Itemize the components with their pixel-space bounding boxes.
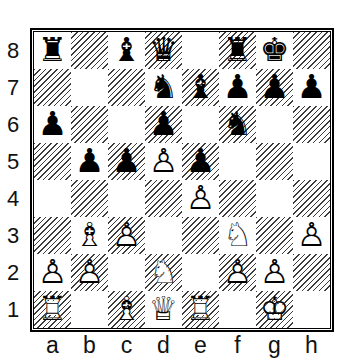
black-knight-glyph: ♞ [149, 70, 179, 103]
square-h6[interactable] [293, 106, 330, 143]
square-h2[interactable] [293, 254, 330, 291]
file-labels: abcdefgh [34, 332, 330, 359]
white-knight-glyph: ♘ [149, 255, 179, 288]
white-bishop-glyph: ♗ [112, 292, 142, 325]
square-d1[interactable]: ♛♕ [145, 291, 182, 328]
square-f2[interactable]: ♟♙ [219, 254, 256, 291]
square-e6[interactable] [182, 106, 219, 143]
black-knight[interactable]: ♞ [219, 106, 256, 143]
black-pawn[interactable]: ♟ [108, 143, 145, 180]
square-d7[interactable]: ♞ [145, 69, 182, 106]
square-a3[interactable] [34, 217, 71, 254]
square-b1[interactable] [71, 291, 108, 328]
rank-label-7: 7 [0, 69, 26, 106]
black-knight-glyph: ♞ [223, 107, 253, 140]
rank-label-5: 5 [0, 143, 26, 180]
white-pawn[interactable]: ♟♙ [219, 254, 256, 291]
square-c4[interactable] [108, 180, 145, 217]
white-bishop-glyph: ♗ [75, 218, 105, 251]
black-bishop-glyph: ♝ [112, 33, 142, 66]
square-h1[interactable] [293, 291, 330, 328]
rank-label-8: 8 [0, 32, 26, 69]
square-g8[interactable]: ♚ [256, 32, 293, 69]
black-pawn-glyph: ♟ [223, 70, 253, 103]
white-pawn-glyph: ♙ [112, 218, 142, 251]
square-h5[interactable] [293, 143, 330, 180]
rank-label-3: 3 [0, 217, 26, 254]
square-c7[interactable] [108, 69, 145, 106]
chess-board-frame: ♜♝♛♜♚♞♝♟♟♟♟♟♞♟♟♟♙♟♟♙♝♗♟♙♞♘♟♙♟♙♟♙♞♘♟♙♟♙♜♖… [30, 28, 334, 332]
white-pawn-glyph: ♙ [149, 144, 179, 177]
white-pawn[interactable]: ♟♙ [182, 180, 219, 217]
square-a8[interactable]: ♜ [34, 32, 71, 69]
file-label-e: e [182, 332, 219, 359]
black-pawn-glyph: ♟ [260, 70, 290, 103]
square-e8[interactable] [182, 32, 219, 69]
black-king[interactable]: ♚ [256, 32, 293, 69]
black-pawn-glyph: ♟ [186, 144, 216, 177]
square-g3[interactable] [256, 217, 293, 254]
white-knight[interactable]: ♞♘ [145, 254, 182, 291]
black-pawn-glyph: ♟ [75, 144, 105, 177]
black-knight[interactable]: ♞ [145, 69, 182, 106]
square-d4[interactable] [145, 180, 182, 217]
square-h8[interactable] [293, 32, 330, 69]
black-rook-glyph: ♜ [223, 33, 253, 66]
square-c5[interactable]: ♟ [108, 143, 145, 180]
square-g6[interactable] [256, 106, 293, 143]
rank-label-6: 6 [0, 106, 26, 143]
white-king[interactable]: ♚♔ [256, 291, 293, 328]
square-h3[interactable]: ♟♙ [293, 217, 330, 254]
black-pawn[interactable]: ♟ [182, 143, 219, 180]
square-e1[interactable]: ♜♖ [182, 291, 219, 328]
square-h7[interactable]: ♟ [293, 69, 330, 106]
square-f3[interactable]: ♞♘ [219, 217, 256, 254]
white-knight-glyph: ♘ [223, 218, 253, 251]
white-rook-glyph: ♖ [186, 292, 216, 325]
black-king-glyph: ♚ [260, 33, 290, 66]
black-pawn-glyph: ♟ [297, 70, 327, 103]
square-a6[interactable]: ♟ [34, 106, 71, 143]
white-pawn-glyph: ♙ [260, 255, 290, 288]
black-pawn-glyph: ♟ [38, 107, 68, 140]
square-g1[interactable]: ♚♔ [256, 291, 293, 328]
square-c8[interactable]: ♝ [108, 32, 145, 69]
white-bishop[interactable]: ♝♗ [108, 291, 145, 328]
black-pawn[interactable]: ♟ [71, 143, 108, 180]
square-f7[interactable]: ♟ [219, 69, 256, 106]
black-queen[interactable]: ♛ [145, 32, 182, 69]
black-bishop-glyph: ♝ [186, 70, 216, 103]
white-pawn[interactable]: ♟♙ [34, 254, 71, 291]
square-c3[interactable]: ♟♙ [108, 217, 145, 254]
square-d8[interactable]: ♛ [145, 32, 182, 69]
square-d5[interactable]: ♟♙ [145, 143, 182, 180]
square-e4[interactable]: ♟♙ [182, 180, 219, 217]
white-queen-glyph: ♕ [149, 292, 179, 325]
rank-label-4: 4 [0, 180, 26, 217]
white-pawn-glyph: ♙ [297, 218, 327, 251]
square-c2[interactable] [108, 254, 145, 291]
square-g4[interactable] [256, 180, 293, 217]
square-b7[interactable] [71, 69, 108, 106]
square-b8[interactable] [71, 32, 108, 69]
black-pawn[interactable]: ♟ [293, 69, 330, 106]
square-g5[interactable] [256, 143, 293, 180]
black-pawn[interactable]: ♟ [145, 106, 182, 143]
square-d3[interactable] [145, 217, 182, 254]
square-c1[interactable]: ♝♗ [108, 291, 145, 328]
black-rook[interactable]: ♜ [34, 32, 71, 69]
square-e2[interactable] [182, 254, 219, 291]
rank-labels: 87654321 [0, 32, 26, 328]
file-label-f: f [219, 332, 256, 359]
square-a4[interactable] [34, 180, 71, 217]
square-f5[interactable] [219, 143, 256, 180]
white-pawn[interactable]: ♟♙ [71, 254, 108, 291]
rank-label-1: 1 [0, 291, 26, 328]
square-g7[interactable]: ♟ [256, 69, 293, 106]
white-pawn-glyph: ♙ [75, 255, 105, 288]
square-e7[interactable]: ♝ [182, 69, 219, 106]
black-bishop[interactable]: ♝ [108, 32, 145, 69]
square-a5[interactable] [34, 143, 71, 180]
white-pawn[interactable]: ♟♙ [108, 217, 145, 254]
file-label-b: b [71, 332, 108, 359]
white-pawn-glyph: ♙ [38, 255, 68, 288]
black-queen-glyph: ♛ [149, 33, 179, 66]
black-pawn[interactable]: ♟ [34, 106, 71, 143]
white-rook[interactable]: ♜♖ [182, 291, 219, 328]
black-rook-glyph: ♜ [38, 33, 68, 66]
white-pawn[interactable]: ♟♙ [293, 217, 330, 254]
square-b6[interactable] [71, 106, 108, 143]
file-label-d: d [145, 332, 182, 359]
chess-board: ♜♝♛♜♚♞♝♟♟♟♟♟♞♟♟♟♙♟♟♙♝♗♟♙♞♘♟♙♟♙♟♙♞♘♟♙♟♙♜♖… [33, 31, 331, 329]
black-pawn[interactable]: ♟ [219, 69, 256, 106]
black-pawn-glyph: ♟ [112, 144, 142, 177]
white-knight[interactable]: ♞♘ [219, 217, 256, 254]
square-h4[interactable] [293, 180, 330, 217]
square-f8[interactable]: ♜ [219, 32, 256, 69]
white-king-glyph: ♔ [260, 292, 290, 325]
square-b3[interactable]: ♝♗ [71, 217, 108, 254]
square-b4[interactable] [71, 180, 108, 217]
square-a2[interactable]: ♟♙ [34, 254, 71, 291]
square-f4[interactable] [219, 180, 256, 217]
white-pawn-glyph: ♙ [223, 255, 253, 288]
black-rook[interactable]: ♜ [219, 32, 256, 69]
square-d6[interactable]: ♟ [145, 106, 182, 143]
square-f6[interactable]: ♞ [219, 106, 256, 143]
chess-diagram: 87654321 ♜♝♛♜♚♞♝♟♟♟♟♟♞♟♟♟♙♟♟♙♝♗♟♙♞♘♟♙♟♙♟… [0, 0, 360, 360]
square-b5[interactable]: ♟ [71, 143, 108, 180]
file-label-h: h [293, 332, 330, 359]
white-pawn[interactable]: ♟♙ [145, 143, 182, 180]
white-queen[interactable]: ♛♕ [145, 291, 182, 328]
white-pawn[interactable]: ♟♙ [256, 254, 293, 291]
square-a7[interactable] [34, 69, 71, 106]
rank-label-2: 2 [0, 254, 26, 291]
file-label-a: a [34, 332, 71, 359]
white-bishop[interactable]: ♝♗ [71, 217, 108, 254]
square-a1[interactable]: ♜♖ [34, 291, 71, 328]
file-label-c: c [108, 332, 145, 359]
file-label-g: g [256, 332, 293, 359]
square-e5[interactable]: ♟ [182, 143, 219, 180]
square-g2[interactable]: ♟♙ [256, 254, 293, 291]
square-b2[interactable]: ♟♙ [71, 254, 108, 291]
square-e3[interactable] [182, 217, 219, 254]
black-pawn-glyph: ♟ [149, 107, 179, 140]
white-rook-glyph: ♖ [38, 292, 68, 325]
black-bishop[interactable]: ♝ [182, 69, 219, 106]
square-c6[interactable] [108, 106, 145, 143]
square-f1[interactable] [219, 291, 256, 328]
white-rook[interactable]: ♜♖ [34, 291, 71, 328]
black-pawn[interactable]: ♟ [256, 69, 293, 106]
square-d2[interactable]: ♞♘ [145, 254, 182, 291]
white-pawn-glyph: ♙ [186, 181, 216, 214]
